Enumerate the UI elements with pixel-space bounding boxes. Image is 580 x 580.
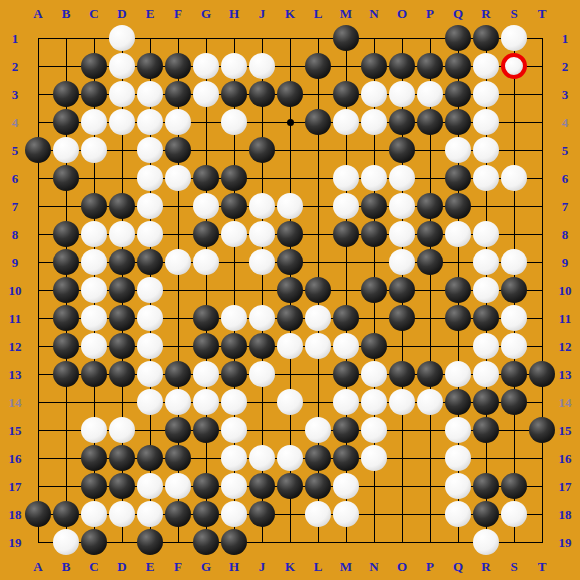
stone-white [501,249,527,275]
column-label: E [146,7,155,20]
row-label: 8 [12,228,19,241]
stone-white [361,165,387,191]
stone-white [305,501,331,527]
stone-black [389,137,415,163]
stone-white [137,137,163,163]
stone-white [109,221,135,247]
row-label: 12 [9,340,22,353]
stone-white [109,109,135,135]
row-label: 16 [9,452,22,465]
stone-black [109,473,135,499]
row-label: 3 [562,88,569,101]
column-label: R [481,7,490,20]
stone-black [25,501,51,527]
column-label: Q [453,7,463,20]
row-label: 17 [9,480,22,493]
star-point [287,119,294,126]
row-label: 11 [9,312,21,325]
stone-white [193,389,219,415]
column-label: D [117,560,126,573]
stone-black [333,25,359,51]
stone-white [389,249,415,275]
stone-white [249,249,275,275]
stone-black [473,305,499,331]
stone-white [193,53,219,79]
row-label: 6 [12,172,19,185]
column-label: T [538,7,547,20]
row-label: 8 [562,228,569,241]
stone-white [333,165,359,191]
stone-black [417,249,443,275]
stone-black [501,389,527,415]
stone-white [473,53,499,79]
row-label: 7 [12,200,19,213]
stone-white [137,81,163,107]
stone-black [221,333,247,359]
column-label: A [33,560,42,573]
stone-black [193,473,219,499]
stone-white [81,277,107,303]
stone-white [361,109,387,135]
stone-black [53,81,79,107]
stone-white [305,305,331,331]
stone-black [417,361,443,387]
row-label: 10 [9,284,22,297]
column-label: K [285,560,295,573]
stone-white [193,193,219,219]
row-label: 9 [562,256,569,269]
stone-white [501,501,527,527]
stone-white [109,81,135,107]
stone-white [81,249,107,275]
stone-white [221,389,247,415]
stone-black [81,445,107,471]
stone-black [445,81,471,107]
stone-white [473,221,499,247]
stone-black [501,361,527,387]
stone-white [81,333,107,359]
stone-white [333,333,359,359]
stone-black [193,417,219,443]
column-label: P [426,7,434,20]
stone-white [137,305,163,331]
row-label: 3 [12,88,19,101]
row-label: 15 [559,424,572,437]
stone-white [81,305,107,331]
column-label: J [259,560,266,573]
stone-black [249,333,275,359]
column-label: N [369,7,378,20]
stone-white [333,193,359,219]
row-label: 13 [559,368,572,381]
row-label: 14 [9,396,22,409]
stone-black [529,417,555,443]
row-label: 15 [9,424,22,437]
stone-black [81,529,107,555]
stone-white [165,109,191,135]
row-label: 7 [562,200,569,213]
row-label: 18 [559,508,572,521]
stone-black [361,53,387,79]
row-label: 1 [12,32,19,45]
column-label: B [62,560,71,573]
column-label: D [117,7,126,20]
stone-black [333,417,359,443]
column-label: M [340,560,352,573]
stone-white [389,193,415,219]
stone-white [249,193,275,219]
go-board-root: AABBCCDDEEFFGGHHJJKKLLMMNNOOPPQQRRSSTT11… [0,0,580,580]
row-label: 13 [9,368,22,381]
stone-white [81,501,107,527]
stone-black [445,109,471,135]
stone-white [221,109,247,135]
stone-black [193,501,219,527]
stone-white [277,445,303,471]
stone-white [333,389,359,415]
stone-black [445,53,471,79]
stone-white [137,193,163,219]
stone-black [417,109,443,135]
row-label: 17 [559,480,572,493]
stone-white [473,277,499,303]
column-label: E [146,560,155,573]
row-label: 10 [559,284,572,297]
stone-black [361,193,387,219]
column-label: P [426,560,434,573]
stone-black [249,473,275,499]
stone-black [445,277,471,303]
column-label: M [340,7,352,20]
stone-white [305,417,331,443]
stone-black [109,361,135,387]
stone-white [81,137,107,163]
column-label: F [174,560,182,573]
stone-black [249,137,275,163]
stone-white [193,81,219,107]
column-label: T [538,560,547,573]
stone-black [137,445,163,471]
row-label: 2 [562,60,569,73]
stone-black [333,361,359,387]
stone-black [25,137,51,163]
row-label: 6 [562,172,569,185]
row-label: 18 [9,508,22,521]
column-label: O [397,560,407,573]
stone-black [445,25,471,51]
stone-black [137,249,163,275]
row-label: 1 [562,32,569,45]
column-label: C [89,560,98,573]
stone-white [221,445,247,471]
stone-black [389,277,415,303]
stone-white [249,305,275,331]
stone-black [81,81,107,107]
row-label: 12 [559,340,572,353]
stone-black [473,417,499,443]
stone-black [137,529,163,555]
stone-black [165,501,191,527]
stone-white [221,417,247,443]
stone-white [473,333,499,359]
stone-white [109,25,135,51]
stone-black [529,361,555,387]
stone-last-move [501,53,527,79]
column-label: F [174,7,182,20]
column-label: J [259,7,266,20]
stone-white [389,221,415,247]
row-label: 5 [562,144,569,157]
column-label: R [481,560,490,573]
stone-white [81,109,107,135]
stone-white [361,417,387,443]
stone-black [53,277,79,303]
stone-black [389,361,415,387]
stone-black [81,193,107,219]
column-label: S [510,7,517,20]
stone-white [165,165,191,191]
stone-black [53,165,79,191]
stone-white [473,165,499,191]
row-label: 19 [9,536,22,549]
stone-white [249,221,275,247]
stone-black [165,53,191,79]
stone-black [417,193,443,219]
stone-white [137,389,163,415]
stone-white [501,165,527,191]
stone-white [221,501,247,527]
stone-white [445,137,471,163]
stone-white [109,417,135,443]
stone-black [473,25,499,51]
stone-black [473,501,499,527]
column-label: H [229,7,239,20]
stone-white [137,501,163,527]
column-label: S [510,560,517,573]
row-label: 4 [12,116,19,129]
stone-white [165,249,191,275]
column-label: C [89,7,98,20]
stone-white [137,277,163,303]
stone-black [277,221,303,247]
stone-black [165,81,191,107]
row-label: 5 [12,144,19,157]
stone-black [305,277,331,303]
stone-white [501,25,527,51]
stone-black [277,277,303,303]
stone-white [473,529,499,555]
stone-white [361,81,387,107]
stone-black [109,277,135,303]
column-label: L [314,7,323,20]
stone-black [109,193,135,219]
stone-white [137,165,163,191]
stone-black [193,221,219,247]
stone-black [305,473,331,499]
stone-black [53,333,79,359]
stone-black [361,277,387,303]
column-label: O [397,7,407,20]
column-label: G [201,7,211,20]
stone-white [333,473,359,499]
stone-white [221,221,247,247]
stone-black [333,221,359,247]
stone-white [473,137,499,163]
stone-black [221,361,247,387]
stone-black [445,165,471,191]
row-label: 2 [12,60,19,73]
stone-white [389,389,415,415]
stone-white [501,305,527,331]
stone-white [361,389,387,415]
stone-white [249,53,275,79]
stone-black [305,109,331,135]
stone-black [445,193,471,219]
stone-black [193,333,219,359]
row-label: 9 [12,256,19,269]
stone-black [165,445,191,471]
stone-black [305,53,331,79]
stone-black [333,305,359,331]
stone-black [81,361,107,387]
stone-white [165,389,191,415]
stone-black [445,389,471,415]
stone-black [333,445,359,471]
stone-white [417,389,443,415]
stone-black [501,277,527,303]
stone-black [193,529,219,555]
column-label: K [285,7,295,20]
stone-black [53,501,79,527]
stone-black [165,137,191,163]
row-label: 14 [559,396,572,409]
stone-black [249,81,275,107]
row-label: 19 [559,536,572,549]
stone-black [445,305,471,331]
stone-white [277,333,303,359]
stone-white [109,501,135,527]
stone-black [473,473,499,499]
column-label: L [314,560,323,573]
stone-black [277,473,303,499]
stone-white [165,473,191,499]
stone-white [305,333,331,359]
stone-white [53,529,79,555]
stone-black [277,249,303,275]
stone-white [221,53,247,79]
stone-black [81,53,107,79]
stone-white [193,249,219,275]
stone-white [473,361,499,387]
stone-white [333,501,359,527]
stone-black [389,53,415,79]
stone-black [249,501,275,527]
row-label: 11 [559,312,571,325]
stone-black [53,109,79,135]
stone-black [221,529,247,555]
stone-white [361,445,387,471]
stone-white [137,333,163,359]
stone-white [445,501,471,527]
stone-black [109,249,135,275]
stone-white [445,221,471,247]
stone-black [361,221,387,247]
stone-white [445,417,471,443]
stone-white [53,137,79,163]
stone-black [137,53,163,79]
stone-black [277,81,303,107]
stone-white [137,109,163,135]
stone-black [221,193,247,219]
column-label: G [201,560,211,573]
stone-white [417,81,443,107]
stone-black [389,305,415,331]
stone-white [249,361,275,387]
stone-white [445,361,471,387]
stone-white [137,221,163,247]
stone-black [109,333,135,359]
stone-black [417,53,443,79]
column-label: A [33,7,42,20]
stone-black [501,473,527,499]
column-label: H [229,560,239,573]
stone-black [53,305,79,331]
stone-white [193,361,219,387]
stone-black [333,81,359,107]
stone-white [473,249,499,275]
stone-white [501,333,527,359]
stone-white [445,445,471,471]
column-label: N [369,560,378,573]
stone-black [165,417,191,443]
stone-black [417,221,443,247]
stone-white [473,81,499,107]
stone-white [249,445,275,471]
stone-black [53,221,79,247]
stone-black [81,473,107,499]
stone-white [221,305,247,331]
stone-white [137,361,163,387]
stone-black [53,249,79,275]
stone-white [445,473,471,499]
stone-white [361,361,387,387]
stone-white [109,53,135,79]
stone-black [109,305,135,331]
stone-white [277,389,303,415]
stone-black [305,445,331,471]
stone-black [389,109,415,135]
stone-white [137,473,163,499]
stone-black [221,165,247,191]
stone-white [389,165,415,191]
stone-black [165,361,191,387]
row-label: 16 [559,452,572,465]
stone-black [277,305,303,331]
stone-white [81,221,107,247]
stone-white [473,109,499,135]
column-label: Q [453,560,463,573]
row-label: 4 [562,116,569,129]
stone-white [333,109,359,135]
stone-black [53,361,79,387]
stone-black [193,165,219,191]
stone-white [389,81,415,107]
stone-white [221,473,247,499]
stone-black [361,333,387,359]
stone-black [193,305,219,331]
stone-black [473,389,499,415]
stone-white [277,193,303,219]
